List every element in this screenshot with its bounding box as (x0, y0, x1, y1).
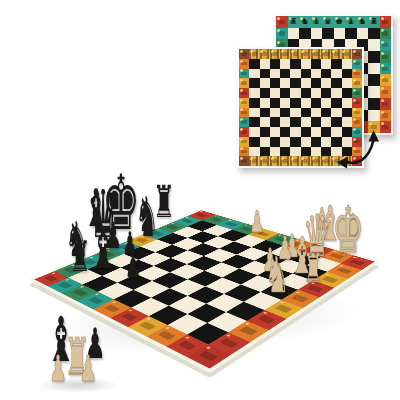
board-square (260, 78, 270, 88)
board-square (270, 147, 280, 157)
board-square (290, 69, 300, 79)
board-square (249, 59, 259, 69)
board-square (270, 137, 280, 147)
board-square (342, 59, 352, 69)
board-square (280, 147, 290, 157)
border-tile (239, 137, 249, 147)
board-square (270, 88, 280, 98)
border-tile (352, 69, 362, 79)
border-chess-figure-icon: ♜ (370, 18, 377, 26)
board-square (301, 117, 311, 127)
board-square (331, 88, 341, 98)
board-square (249, 127, 259, 137)
border-tile (380, 51, 392, 63)
border-tile (352, 98, 362, 108)
border-tile (239, 117, 249, 127)
board-square (290, 147, 300, 157)
board-square (321, 137, 331, 147)
wood-knight-piece: ♞ (264, 250, 289, 300)
border-tile (380, 110, 392, 122)
border-tile (380, 98, 392, 110)
board-square (290, 98, 300, 108)
board-square (280, 127, 290, 137)
board-square (301, 78, 311, 88)
board-square (342, 98, 352, 108)
board-square (368, 28, 380, 40)
board-square (368, 98, 380, 110)
board-square (311, 98, 321, 108)
board-square (260, 108, 270, 118)
black-bishop-piece: ♝ (88, 219, 117, 277)
border-tile (290, 156, 300, 166)
board-square (321, 78, 331, 88)
border-chess-figure-icon: ♝ (313, 18, 320, 26)
board-square (321, 59, 331, 69)
board-square (311, 108, 321, 118)
board-square (249, 88, 259, 98)
board-square (260, 127, 270, 137)
border-tile: ♞ (357, 16, 369, 28)
board-square (345, 28, 357, 40)
board-square (342, 78, 352, 88)
board-square (301, 98, 311, 108)
board-square (280, 88, 290, 98)
border-chess-figure-icon: ♝ (347, 18, 354, 26)
board-square (270, 59, 280, 69)
border-chess-figure-icon: ♞ (301, 18, 308, 26)
border-tile (342, 49, 352, 59)
border-tile (276, 16, 288, 28)
board-square (301, 88, 311, 98)
board-square (280, 69, 290, 79)
border-tile: ♜ (368, 16, 380, 28)
black-pawn-piece: ♟ (141, 213, 155, 241)
board-square (270, 98, 280, 108)
wood-king-piece: ♚ (332, 198, 364, 262)
border-tile (311, 156, 321, 166)
board-square (249, 117, 259, 127)
board-square (368, 51, 380, 63)
border-tile (260, 49, 270, 59)
black-rook-piece: ♜ (69, 236, 90, 278)
board-square (342, 117, 352, 127)
board-square (368, 110, 380, 122)
board-square (260, 59, 270, 69)
board-square (280, 98, 290, 108)
board-square (290, 108, 300, 118)
board-square (311, 78, 321, 88)
border-tile (331, 49, 341, 59)
border-tile (380, 28, 392, 40)
board-square (290, 137, 300, 147)
board-square (311, 28, 323, 40)
board-square (290, 127, 300, 137)
board-square (311, 69, 321, 79)
border-tile (352, 59, 362, 69)
board-square (342, 108, 352, 118)
board-square (331, 98, 341, 108)
board-square (311, 88, 321, 98)
board-square (260, 137, 270, 147)
board-square (270, 78, 280, 88)
board-square (301, 147, 311, 157)
wood-pawn-piece: ♟ (249, 207, 264, 237)
border-tile: ♝ (311, 16, 323, 28)
board-square (301, 137, 311, 147)
border-chess-figure-icon: ♚ (336, 18, 343, 26)
wood-pawn-piece: ♟ (49, 351, 67, 387)
board-square (260, 117, 270, 127)
board-square (280, 78, 290, 88)
board-square (270, 127, 280, 137)
board-square (260, 147, 270, 157)
border-tile (380, 74, 392, 86)
border-tile: ♜ (288, 16, 300, 28)
board-square (249, 98, 259, 108)
board-square (321, 108, 331, 118)
border-tile (276, 28, 288, 40)
border-tile (321, 49, 331, 59)
board-square (299, 28, 311, 40)
black-pawn-piece: ♟ (125, 250, 141, 282)
board-square (270, 69, 280, 79)
board-square (331, 59, 341, 69)
board-square (270, 117, 280, 127)
border-tile (239, 59, 249, 69)
board-square (280, 117, 290, 127)
border-tile (239, 98, 249, 108)
border-tile (301, 156, 311, 166)
board-square (321, 127, 331, 137)
product-photo-scene: ♜♞♚♛♝♟♞♟♟♜♝♟♟♟♟♟♚♛♟♟♝♞♜♝ ♝♟♜♟♟ ♜♞♝♛♚♝♞♜ (0, 0, 400, 400)
board-square (322, 28, 334, 40)
border-tile (239, 147, 249, 157)
border-tile (352, 108, 362, 118)
board-square (260, 88, 270, 98)
border-tile (239, 78, 249, 88)
board-square (334, 28, 346, 40)
board-square (301, 69, 311, 79)
wood-pawn-piece: ♟ (79, 351, 97, 387)
board-square (249, 78, 259, 88)
border-tile (249, 156, 259, 166)
border-tile (280, 156, 290, 166)
board-square (280, 108, 290, 118)
border-tile (239, 69, 249, 79)
border-tile: ♞ (299, 16, 311, 28)
board-square (301, 108, 311, 118)
border-tile (321, 156, 331, 166)
board-square (368, 39, 380, 51)
border-tile (311, 49, 321, 59)
board-square (357, 28, 369, 40)
board-square (311, 117, 321, 127)
border-tile: ♝ (345, 16, 357, 28)
border-tile (249, 49, 259, 59)
board-square (288, 28, 300, 40)
border-tile (239, 88, 249, 98)
board-square (368, 74, 380, 86)
board-square (280, 137, 290, 147)
border-tile (270, 49, 280, 59)
board-square (249, 147, 259, 157)
board-square (311, 147, 321, 157)
board-square (290, 117, 300, 127)
board-square (321, 98, 331, 108)
board-square (311, 137, 321, 147)
board-square (249, 137, 259, 147)
board-square (331, 69, 341, 79)
border-tile (270, 156, 280, 166)
board-square (311, 127, 321, 137)
board-square (301, 59, 311, 69)
border-tile (380, 86, 392, 98)
border-tile (380, 63, 392, 75)
flip-arrow-icon (336, 129, 382, 170)
border-tile: ♚ (334, 16, 346, 28)
board-square (249, 108, 259, 118)
border-tile (380, 16, 392, 28)
board-square (331, 108, 341, 118)
board-square (290, 78, 300, 88)
board-square (321, 147, 331, 157)
board-square (270, 108, 280, 118)
border-chess-figure-icon: ♛ (324, 18, 331, 26)
board-square (260, 98, 270, 108)
board-square (290, 88, 300, 98)
board-square (368, 63, 380, 75)
border-tile (352, 49, 362, 59)
board-square (301, 127, 311, 137)
border-tile (301, 49, 311, 59)
board-square (290, 59, 300, 69)
border-tile (239, 108, 249, 118)
border-tile (260, 156, 270, 166)
border-tile: ♛ (322, 16, 334, 28)
board-square (321, 117, 331, 127)
board-square (280, 59, 290, 69)
board-square (321, 69, 331, 79)
board-square (311, 59, 321, 69)
border-tile (280, 49, 290, 59)
border-tile (352, 88, 362, 98)
board-square (331, 78, 341, 88)
border-tile (352, 117, 362, 127)
border-tile (352, 78, 362, 88)
board-square (260, 69, 270, 79)
border-tile (239, 156, 249, 166)
board-square (331, 117, 341, 127)
board-square (368, 86, 380, 98)
border-tile (380, 39, 392, 51)
board-square (342, 69, 352, 79)
border-chess-figure-icon: ♜ (290, 18, 297, 26)
board-square (321, 88, 331, 98)
border-chess-figure-icon: ♞ (359, 18, 366, 26)
board-square (249, 69, 259, 79)
border-tile (239, 127, 249, 137)
board-square (342, 88, 352, 98)
wood-rook-piece: ♜ (303, 248, 323, 288)
border-tile (239, 49, 249, 59)
border-tile (290, 49, 300, 59)
